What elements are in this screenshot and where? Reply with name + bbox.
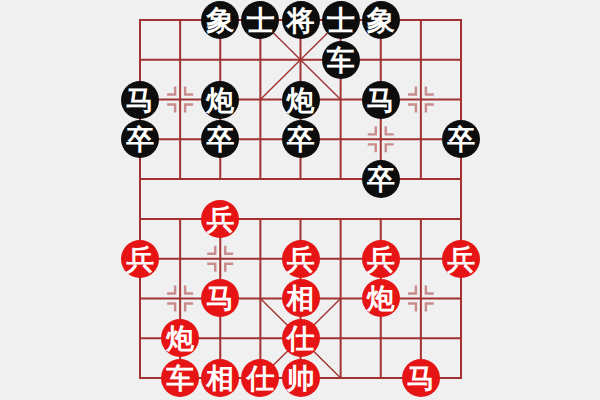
piece-glyph: 士 (246, 7, 274, 35)
xiangqi-board: 象士将士象车马炮炮马卒卒卒卒卒兵兵兵兵兵马相炮炮仕车相仕帅马 (0, 0, 600, 400)
piece-glyph: 马 (206, 285, 234, 313)
piece-black-cannon[interactable]: 炮 (201, 81, 239, 119)
piece-glyph: 炮 (287, 87, 315, 115)
piece-glyph: 车 (166, 365, 194, 393)
piece-black-elephant[interactable]: 象 (362, 1, 400, 39)
piece-red-elephant[interactable]: 相 (282, 279, 320, 317)
piece-red-advisor[interactable]: 仕 (241, 359, 279, 397)
piece-glyph: 卒 (126, 126, 154, 154)
piece-glyph: 相 (206, 365, 234, 393)
piece-red-chariot[interactable]: 车 (161, 359, 199, 397)
piece-glyph: 炮 (206, 87, 234, 115)
piece-red-soldier[interactable]: 兵 (121, 240, 159, 278)
piece-glyph: 相 (287, 285, 315, 313)
piece-red-soldier[interactable]: 兵 (362, 240, 400, 278)
piece-glyph: 兵 (287, 246, 315, 274)
pieces-layer: 象士将士象车马炮炮马卒卒卒卒卒兵兵兵兵兵马相炮炮仕车相仕帅马 (120, 0, 481, 398)
piece-glyph: 士 (327, 7, 355, 35)
piece-glyph: 象 (367, 7, 395, 35)
piece-black-advisor[interactable]: 士 (241, 1, 279, 39)
piece-glyph: 帅 (287, 365, 315, 393)
piece-red-elephant[interactable]: 相 (201, 359, 239, 397)
piece-glyph: 兵 (447, 246, 475, 274)
piece-black-general[interactable]: 将 (282, 1, 320, 39)
piece-red-horse[interactable]: 马 (402, 359, 440, 397)
piece-black-elephant[interactable]: 象 (201, 1, 239, 39)
piece-black-soldier[interactable]: 卒 (121, 120, 159, 158)
piece-glyph: 仕 (246, 365, 274, 393)
piece-glyph: 卒 (367, 166, 395, 194)
piece-glyph: 将 (287, 7, 315, 35)
piece-black-chariot[interactable]: 车 (322, 41, 360, 79)
piece-black-soldier[interactable]: 卒 (282, 120, 320, 158)
piece-red-advisor[interactable]: 仕 (282, 319, 320, 357)
piece-black-horse[interactable]: 马 (362, 81, 400, 119)
piece-glyph: 卒 (447, 126, 475, 154)
piece-glyph: 车 (327, 47, 355, 75)
piece-glyph: 兵 (126, 246, 154, 274)
piece-glyph: 炮 (367, 285, 395, 313)
piece-black-soldier[interactable]: 卒 (201, 120, 239, 158)
piece-glyph: 卒 (287, 126, 315, 154)
piece-red-cannon[interactable]: 炮 (362, 279, 400, 317)
piece-black-soldier[interactable]: 卒 (362, 160, 400, 198)
piece-red-soldier[interactable]: 兵 (282, 240, 320, 278)
piece-glyph: 马 (126, 87, 154, 115)
piece-red-cannon[interactable]: 炮 (161, 319, 199, 357)
piece-glyph: 炮 (166, 325, 194, 353)
piece-red-soldier[interactable]: 兵 (201, 200, 239, 238)
piece-black-soldier[interactable]: 卒 (442, 120, 480, 158)
piece-glyph: 兵 (367, 246, 395, 274)
piece-glyph: 兵 (206, 206, 234, 234)
piece-glyph: 马 (407, 365, 435, 393)
piece-black-advisor[interactable]: 士 (322, 1, 360, 39)
piece-red-soldier[interactable]: 兵 (442, 240, 480, 278)
piece-red-horse[interactable]: 马 (201, 279, 239, 317)
piece-black-horse[interactable]: 马 (121, 81, 159, 119)
piece-red-general[interactable]: 帅 (282, 359, 320, 397)
piece-black-cannon[interactable]: 炮 (282, 81, 320, 119)
piece-glyph: 象 (206, 7, 234, 35)
piece-glyph: 仕 (287, 325, 315, 353)
piece-glyph: 马 (367, 87, 395, 115)
piece-glyph: 卒 (206, 126, 234, 154)
